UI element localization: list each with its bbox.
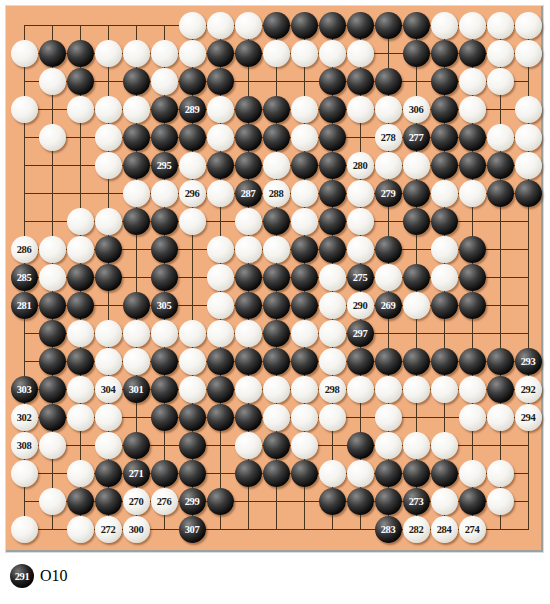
black-stone-D2[interactable] <box>95 488 122 515</box>
black-stone-L10[interactable] <box>291 264 318 291</box>
white-stone-G19[interactable] <box>179 12 206 39</box>
white-stone-M5[interactable] <box>319 404 346 431</box>
white-stone-E1[interactable]: 300 <box>123 516 150 543</box>
white-stone-F2[interactable]: 276 <box>151 488 178 515</box>
black-stone-M14[interactable] <box>319 152 346 179</box>
white-stone-M9[interactable] <box>319 292 346 319</box>
white-stone-R6[interactable] <box>459 376 486 403</box>
white-stone-R13[interactable] <box>459 180 486 207</box>
black-stone-T13[interactable] <box>515 180 542 207</box>
white-stone-P4[interactable] <box>403 432 430 459</box>
white-stone-P14[interactable] <box>403 152 430 179</box>
white-stone-F18[interactable] <box>151 40 178 67</box>
white-stone-N13[interactable] <box>347 180 374 207</box>
black-stone-K15[interactable] <box>263 124 290 151</box>
white-stone-T16[interactable] <box>515 96 542 123</box>
black-stone-E3[interactable]: 271 <box>123 460 150 487</box>
black-stone-J16[interactable] <box>235 96 262 123</box>
white-stone-M6[interactable]: 298 <box>319 376 346 403</box>
black-stone-Q7[interactable] <box>431 348 458 375</box>
black-stone-G17[interactable] <box>179 68 206 95</box>
black-stone-P2[interactable]: 273 <box>403 488 430 515</box>
black-stone-O13[interactable]: 279 <box>375 180 402 207</box>
white-stone-M18[interactable] <box>319 40 346 67</box>
white-stone-L4[interactable] <box>291 432 318 459</box>
white-stone-D7[interactable] <box>95 348 122 375</box>
white-stone-L15[interactable] <box>291 124 318 151</box>
black-stone-C17[interactable] <box>67 68 94 95</box>
black-stone-E6[interactable]: 301 <box>123 376 150 403</box>
white-stone-F17[interactable] <box>151 68 178 95</box>
black-stone-L19[interactable] <box>291 12 318 39</box>
white-stone-D6[interactable]: 304 <box>95 376 122 403</box>
white-stone-L18[interactable] <box>291 40 318 67</box>
black-stone-H7[interactable] <box>207 348 234 375</box>
white-stone-T19[interactable] <box>515 12 542 39</box>
white-stone-K13[interactable]: 288 <box>263 180 290 207</box>
black-stone-H17[interactable] <box>207 68 234 95</box>
white-stone-L16[interactable] <box>291 96 318 123</box>
white-stone-A4[interactable]: 308 <box>11 432 38 459</box>
white-stone-O5[interactable] <box>375 404 402 431</box>
black-stone-R7[interactable] <box>459 348 486 375</box>
white-stone-G7[interactable] <box>179 348 206 375</box>
white-stone-J4[interactable] <box>235 432 262 459</box>
black-stone-O2[interactable] <box>375 488 402 515</box>
black-stone-A9[interactable]: 281 <box>11 292 38 319</box>
black-stone-K19[interactable] <box>263 12 290 39</box>
black-stone-J15[interactable] <box>235 124 262 151</box>
black-stone-M11[interactable] <box>319 236 346 263</box>
black-stone-C2[interactable] <box>67 488 94 515</box>
white-stone-Q19[interactable] <box>431 12 458 39</box>
black-stone-P18[interactable] <box>403 40 430 67</box>
white-stone-P16[interactable]: 306 <box>403 96 430 123</box>
white-stone-E16[interactable] <box>123 96 150 123</box>
black-stone-P12[interactable] <box>403 208 430 235</box>
white-stone-H8[interactable] <box>207 320 234 347</box>
move-caption: 291 O10 <box>10 563 68 589</box>
white-stone-S15[interactable] <box>487 124 514 151</box>
black-stone-C7[interactable] <box>67 348 94 375</box>
white-stone-T5[interactable]: 294 <box>515 404 542 431</box>
white-stone-R16[interactable] <box>459 96 486 123</box>
white-stone-L13[interactable] <box>291 180 318 207</box>
black-stone-Q12[interactable] <box>431 208 458 235</box>
white-stone-S19[interactable] <box>487 12 514 39</box>
white-stone-N16[interactable] <box>347 96 374 123</box>
white-stone-E7[interactable] <box>123 348 150 375</box>
white-stone-B17[interactable] <box>39 68 66 95</box>
black-stone-H2[interactable] <box>207 488 234 515</box>
white-stone-F13[interactable] <box>151 180 178 207</box>
black-stone-L14[interactable] <box>291 152 318 179</box>
white-stone-D5[interactable] <box>95 404 122 431</box>
white-stone-Q2[interactable] <box>431 488 458 515</box>
white-stone-O14[interactable] <box>375 152 402 179</box>
black-stone-B9[interactable] <box>39 292 66 319</box>
white-stone-J12[interactable] <box>235 208 262 235</box>
black-stone-S13[interactable] <box>487 180 514 207</box>
black-stone-O19[interactable] <box>375 12 402 39</box>
black-stone-J9[interactable] <box>235 292 262 319</box>
white-stone-F8[interactable] <box>151 320 178 347</box>
white-stone-S2[interactable] <box>487 488 514 515</box>
white-stone-O15[interactable]: 278 <box>375 124 402 151</box>
white-stone-M3[interactable] <box>319 460 346 487</box>
black-stone-F7[interactable] <box>151 348 178 375</box>
black-stone-F15[interactable] <box>151 124 178 151</box>
white-stone-D8[interactable] <box>95 320 122 347</box>
white-stone-Q10[interactable] <box>431 264 458 291</box>
black-stone-K8[interactable] <box>263 320 290 347</box>
black-stone-N4[interactable] <box>347 432 374 459</box>
black-stone-J3[interactable] <box>235 460 262 487</box>
white-stone-C6[interactable] <box>67 376 94 403</box>
black-stone-R10[interactable] <box>459 264 486 291</box>
black-stone-D11[interactable] <box>95 236 122 263</box>
black-stone-A6[interactable]: 303 <box>11 376 38 403</box>
white-stone-H11[interactable] <box>207 236 234 263</box>
black-stone-L11[interactable] <box>291 236 318 263</box>
white-stone-T14[interactable] <box>515 152 542 179</box>
white-stone-G12[interactable] <box>179 208 206 235</box>
white-stone-B15[interactable] <box>39 124 66 151</box>
white-stone-C3[interactable] <box>67 460 94 487</box>
white-stone-B4[interactable] <box>39 432 66 459</box>
black-stone-B7[interactable] <box>39 348 66 375</box>
black-stone-Q3[interactable] <box>431 460 458 487</box>
white-stone-R19[interactable] <box>459 12 486 39</box>
black-stone-N10[interactable]: 275 <box>347 264 374 291</box>
black-stone-E14[interactable] <box>123 152 150 179</box>
black-stone-H6[interactable] <box>207 376 234 403</box>
black-stone-G5[interactable] <box>179 404 206 431</box>
black-stone-G2[interactable]: 299 <box>179 488 206 515</box>
black-stone-R11[interactable] <box>459 236 486 263</box>
black-stone-B6[interactable] <box>39 376 66 403</box>
white-stone-Q11[interactable] <box>431 236 458 263</box>
black-stone-M17[interactable] <box>319 68 346 95</box>
white-stone-H10[interactable] <box>207 264 234 291</box>
black-stone-D3[interactable] <box>95 460 122 487</box>
black-stone-N2[interactable] <box>347 488 374 515</box>
black-stone-E15[interactable] <box>123 124 150 151</box>
white-stone-H16[interactable] <box>207 96 234 123</box>
black-stone-P19[interactable] <box>403 12 430 39</box>
black-stone-Q14[interactable] <box>431 152 458 179</box>
black-stone-Q18[interactable] <box>431 40 458 67</box>
white-stone-D14[interactable] <box>95 152 122 179</box>
black-stone-E9[interactable] <box>123 292 150 319</box>
black-stone-P15[interactable]: 277 <box>403 124 430 151</box>
white-stone-L5[interactable] <box>291 404 318 431</box>
white-stone-C5[interactable] <box>67 404 94 431</box>
black-stone-R2[interactable] <box>459 488 486 515</box>
white-stone-H13[interactable] <box>207 180 234 207</box>
black-stone-M2[interactable] <box>319 488 346 515</box>
black-stone-K16[interactable] <box>263 96 290 123</box>
black-stone-J10[interactable] <box>235 264 262 291</box>
black-stone-J14[interactable] <box>235 152 262 179</box>
white-stone-J8[interactable] <box>235 320 262 347</box>
white-stone-J6[interactable] <box>235 376 262 403</box>
white-stone-A1[interactable] <box>11 516 38 543</box>
black-stone-G15[interactable] <box>179 124 206 151</box>
black-stone-R15[interactable] <box>459 124 486 151</box>
white-stone-E8[interactable] <box>123 320 150 347</box>
black-stone-F11[interactable] <box>151 236 178 263</box>
white-stone-K5[interactable] <box>263 404 290 431</box>
black-stone-N8[interactable]: 297 <box>347 320 374 347</box>
black-stone-L9[interactable] <box>291 292 318 319</box>
white-stone-C11[interactable] <box>67 236 94 263</box>
black-stone-E17[interactable] <box>123 68 150 95</box>
black-stone-O7[interactable] <box>375 348 402 375</box>
black-stone-B8[interactable] <box>39 320 66 347</box>
white-stone-O10[interactable] <box>375 264 402 291</box>
white-stone-Q6[interactable] <box>431 376 458 403</box>
white-stone-D16[interactable] <box>95 96 122 123</box>
white-stone-G18[interactable] <box>179 40 206 67</box>
go-board[interactable]: 2893062782772952802962872882792862852752… <box>6 6 543 552</box>
black-stone-R14[interactable] <box>459 152 486 179</box>
black-stone-E4[interactable] <box>123 432 150 459</box>
black-stone-N17[interactable] <box>347 68 374 95</box>
white-stone-E13[interactable] <box>123 180 150 207</box>
black-stone-Q16[interactable] <box>431 96 458 123</box>
black-stone-M12[interactable] <box>319 208 346 235</box>
white-stone-J19[interactable] <box>235 12 262 39</box>
black-stone-R18[interactable] <box>459 40 486 67</box>
black-stone-J18[interactable] <box>235 40 262 67</box>
black-stone-O3[interactable] <box>375 460 402 487</box>
black-stone-K4[interactable] <box>263 432 290 459</box>
white-stone-N9[interactable]: 290 <box>347 292 374 319</box>
white-stone-P6[interactable] <box>403 376 430 403</box>
white-stone-M10[interactable] <box>319 264 346 291</box>
black-stone-O1[interactable]: 283 <box>375 516 402 543</box>
black-stone-F9[interactable]: 305 <box>151 292 178 319</box>
black-stone-K3[interactable] <box>263 460 290 487</box>
black-stone-H5[interactable] <box>207 404 234 431</box>
black-stone-G3[interactable] <box>179 460 206 487</box>
black-stone-A10[interactable]: 285 <box>11 264 38 291</box>
black-stone-Q17[interactable] <box>431 68 458 95</box>
white-stone-A16[interactable] <box>11 96 38 123</box>
black-stone-N7[interactable] <box>347 348 374 375</box>
black-stone-T7[interactable]: 293 <box>515 348 542 375</box>
black-stone-M19[interactable] <box>319 12 346 39</box>
black-stone-P3[interactable] <box>403 460 430 487</box>
white-stone-S3[interactable] <box>487 460 514 487</box>
white-stone-D15[interactable] <box>95 124 122 151</box>
white-stone-Q1[interactable]: 284 <box>431 516 458 543</box>
white-stone-S17[interactable] <box>487 68 514 95</box>
white-stone-D12[interactable] <box>95 208 122 235</box>
white-stone-L6[interactable] <box>291 376 318 403</box>
white-stone-J11[interactable] <box>235 236 262 263</box>
black-stone-F12[interactable] <box>151 208 178 235</box>
white-stone-Q13[interactable] <box>431 180 458 207</box>
white-stone-A11[interactable]: 286 <box>11 236 38 263</box>
black-stone-O17[interactable] <box>375 68 402 95</box>
white-stone-G8[interactable] <box>179 320 206 347</box>
white-stone-T15[interactable] <box>515 124 542 151</box>
white-stone-P9[interactable] <box>403 292 430 319</box>
white-stone-N14[interactable]: 280 <box>347 152 374 179</box>
black-stone-G1[interactable]: 307 <box>179 516 206 543</box>
black-stone-F6[interactable] <box>151 376 178 403</box>
black-stone-F3[interactable] <box>151 460 178 487</box>
black-stone-M15[interactable] <box>319 124 346 151</box>
white-stone-R17[interactable] <box>459 68 486 95</box>
white-stone-G14[interactable] <box>179 152 206 179</box>
white-stone-N12[interactable] <box>347 208 374 235</box>
black-stone-C10[interactable] <box>67 264 94 291</box>
white-stone-G6[interactable] <box>179 376 206 403</box>
white-stone-S18[interactable] <box>487 40 514 67</box>
white-stone-K11[interactable] <box>263 236 290 263</box>
white-stone-B11[interactable] <box>39 236 66 263</box>
black-stone-J7[interactable] <box>235 348 262 375</box>
black-stone-B5[interactable] <box>39 404 66 431</box>
white-stone-E2[interactable]: 270 <box>123 488 150 515</box>
white-stone-A5[interactable]: 302 <box>11 404 38 431</box>
caption-coordinate: O10 <box>40 567 68 585</box>
black-stone-G16[interactable]: 289 <box>179 96 206 123</box>
black-stone-C9[interactable] <box>67 292 94 319</box>
black-stone-G4[interactable] <box>179 432 206 459</box>
black-stone-S14[interactable] <box>487 152 514 179</box>
black-stone-E12[interactable] <box>123 208 150 235</box>
black-stone-F10[interactable] <box>151 264 178 291</box>
black-stone-H14[interactable] <box>207 152 234 179</box>
white-stone-M8[interactable] <box>319 320 346 347</box>
black-stone-S6[interactable] <box>487 376 514 403</box>
white-stone-O4[interactable] <box>375 432 402 459</box>
black-stone-H18[interactable] <box>207 40 234 67</box>
black-stone-L3[interactable] <box>291 460 318 487</box>
black-stone-P13[interactable] <box>403 180 430 207</box>
white-stone-C8[interactable] <box>67 320 94 347</box>
white-stone-D18[interactable] <box>95 40 122 67</box>
black-stone-Q9[interactable] <box>431 292 458 319</box>
white-stone-A18[interactable] <box>11 40 38 67</box>
white-stone-R5[interactable] <box>459 404 486 431</box>
white-stone-H15[interactable] <box>207 124 234 151</box>
white-stone-T18[interactable] <box>515 40 542 67</box>
white-stone-S5[interactable] <box>487 404 514 431</box>
white-stone-K14[interactable] <box>263 152 290 179</box>
white-stone-R1[interactable]: 274 <box>459 516 486 543</box>
go-diagram-page: { "game": "go", "board": { "size": 19, "… <box>0 0 550 604</box>
black-stone-N19[interactable] <box>347 12 374 39</box>
white-stone-H9[interactable] <box>207 292 234 319</box>
black-stone-K12[interactable] <box>263 208 290 235</box>
white-stone-N3[interactable] <box>347 460 374 487</box>
white-stone-M7[interactable] <box>319 348 346 375</box>
white-stone-H19[interactable] <box>207 12 234 39</box>
black-stone-P7[interactable] <box>403 348 430 375</box>
black-stone-P10[interactable] <box>403 264 430 291</box>
white-stone-D1[interactable]: 272 <box>95 516 122 543</box>
black-stone-D10[interactable] <box>95 264 122 291</box>
white-stone-G13[interactable]: 296 <box>179 180 206 207</box>
white-stone-N11[interactable] <box>347 236 374 263</box>
white-stone-L8[interactable] <box>291 320 318 347</box>
white-stone-A3[interactable] <box>11 460 38 487</box>
black-stone-L7[interactable] <box>291 348 318 375</box>
white-stone-B2[interactable] <box>39 488 66 515</box>
black-stone-F16[interactable] <box>151 96 178 123</box>
white-stone-E18[interactable] <box>123 40 150 67</box>
white-stone-N6[interactable] <box>347 376 374 403</box>
black-stone-C18[interactable] <box>67 40 94 67</box>
white-stone-T6[interactable]: 292 <box>515 376 542 403</box>
white-stone-D4[interactable] <box>95 432 122 459</box>
white-stone-C16[interactable] <box>67 96 94 123</box>
white-stone-P1[interactable]: 282 <box>403 516 430 543</box>
black-stone-Q15[interactable] <box>431 124 458 151</box>
black-stone-R9[interactable] <box>459 292 486 319</box>
black-stone-K9[interactable] <box>263 292 290 319</box>
white-stone-L12[interactable] <box>291 208 318 235</box>
black-stone-O11[interactable] <box>375 236 402 263</box>
white-stone-O6[interactable] <box>375 376 402 403</box>
black-stone-J13[interactable]: 287 <box>235 180 262 207</box>
white-stone-K18[interactable] <box>263 40 290 67</box>
black-stone-icon: 291 <box>10 564 34 588</box>
white-stone-Q4[interactable] <box>431 432 458 459</box>
white-stone-C12[interactable] <box>67 208 94 235</box>
black-stone-F5[interactable] <box>151 404 178 431</box>
white-stone-C1[interactable] <box>67 516 94 543</box>
white-stone-K6[interactable] <box>263 376 290 403</box>
white-stone-N18[interactable] <box>347 40 374 67</box>
black-stone-K7[interactable] <box>263 348 290 375</box>
black-stone-J5[interactable] <box>235 404 262 431</box>
black-stone-B18[interactable] <box>39 40 66 67</box>
white-stone-B10[interactable] <box>39 264 66 291</box>
black-stone-F14[interactable]: 295 <box>151 152 178 179</box>
black-stone-O9[interactable]: 269 <box>375 292 402 319</box>
white-stone-O16[interactable] <box>375 96 402 123</box>
white-stone-R3[interactable] <box>459 460 486 487</box>
black-stone-M13[interactable] <box>319 180 346 207</box>
black-stone-K10[interactable] <box>263 264 290 291</box>
black-stone-M16[interactable] <box>319 96 346 123</box>
black-stone-S7[interactable] <box>487 348 514 375</box>
